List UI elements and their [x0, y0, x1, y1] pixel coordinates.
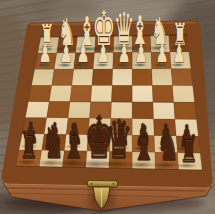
surface-light-overlay	[16, 35, 202, 170]
chess-board	[0, 0, 215, 214]
travel-chess-set-photo: ♜♞♝♚♛♝♞♜♟♟♟♟♟♟♟♟♟♟♟♟♟♟♟♟♜♞♝♚♛♝♞♜	[0, 0, 215, 214]
